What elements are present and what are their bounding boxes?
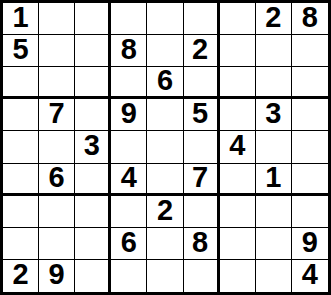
sudoku-cell-r2c9[interactable] — [292, 35, 328, 67]
sudoku-cell-r1c8[interactable]: 2 — [256, 3, 292, 35]
sudoku-cell-r5c3[interactable]: 3 — [75, 131, 111, 163]
given-digit: 4 — [229, 131, 245, 160]
sudoku-cell-r3c8[interactable] — [256, 67, 292, 99]
sudoku-cell-r9c1[interactable]: 2 — [3, 260, 39, 292]
sudoku-cell-r8c2[interactable] — [39, 228, 75, 260]
sudoku-cell-r1c2[interactable] — [39, 3, 75, 35]
sudoku-cell-r6c4[interactable]: 4 — [111, 164, 147, 196]
sudoku-cell-r4c1[interactable] — [3, 99, 39, 131]
given-digit: 6 — [157, 66, 173, 95]
sudoku-cell-r7c1[interactable] — [3, 196, 39, 228]
sudoku-cell-r8c8[interactable] — [256, 228, 292, 260]
sudoku-cell-r1c5[interactable] — [147, 3, 183, 35]
sudoku-cell-r7c4[interactable] — [111, 196, 147, 228]
given-digit: 7 — [192, 163, 208, 192]
sudoku-cell-r8c5[interactable] — [147, 228, 183, 260]
sudoku-cell-r6c6[interactable]: 7 — [184, 164, 220, 196]
sudoku-cell-r3c3[interactable] — [75, 67, 111, 99]
given-digit: 3 — [84, 131, 100, 160]
sudoku-cell-r3c6[interactable] — [184, 67, 220, 99]
given-digit: 9 — [121, 99, 137, 128]
sudoku-cell-r5c7[interactable]: 4 — [220, 131, 256, 163]
sudoku-cell-r3c4[interactable] — [111, 67, 147, 99]
sudoku-cell-r3c2[interactable] — [39, 67, 75, 99]
sudoku-cell-r9c8[interactable] — [256, 260, 292, 292]
sudoku-cell-r1c9[interactable]: 8 — [292, 3, 328, 35]
given-digit: 2 — [192, 35, 208, 64]
sudoku-cell-r9c5[interactable] — [147, 260, 183, 292]
given-digit: 4 — [302, 260, 318, 289]
given-digit: 4 — [121, 163, 137, 192]
given-digit: 5 — [12, 35, 28, 64]
sudoku-cell-r5c9[interactable] — [292, 131, 328, 163]
sudoku-cell-r3c7[interactable] — [220, 67, 256, 99]
sudoku-cell-r2c3[interactable] — [75, 35, 111, 67]
sudoku-cell-r9c9[interactable]: 4 — [292, 260, 328, 292]
sudoku-cell-r5c4[interactable] — [111, 131, 147, 163]
given-digit: 9 — [49, 260, 65, 289]
sudoku-cell-r2c6[interactable]: 2 — [184, 35, 220, 67]
sudoku-cell-r4c6[interactable]: 5 — [184, 99, 220, 131]
sudoku-cell-r4c4[interactable]: 9 — [111, 99, 147, 131]
sudoku-cell-r7c5[interactable]: 2 — [147, 196, 183, 228]
sudoku-cell-r5c6[interactable] — [184, 131, 220, 163]
given-digit: 2 — [265, 3, 281, 32]
sudoku-cell-r8c4[interactable]: 6 — [111, 228, 147, 260]
sudoku-cell-r8c9[interactable]: 9 — [292, 228, 328, 260]
sudoku-cell-r6c1[interactable] — [3, 164, 39, 196]
sudoku-cell-r1c7[interactable] — [220, 3, 256, 35]
given-digit: 2 — [157, 196, 173, 225]
sudoku-cell-r7c6[interactable] — [184, 196, 220, 228]
sudoku-cell-r5c1[interactable] — [3, 131, 39, 163]
sudoku-cell-r2c8[interactable] — [256, 35, 292, 67]
sudoku-cell-r8c6[interactable]: 8 — [184, 228, 220, 260]
sudoku-cell-r8c3[interactable] — [75, 228, 111, 260]
sudoku-cell-r1c4[interactable] — [111, 3, 147, 35]
sudoku-cell-r4c2[interactable]: 7 — [39, 99, 75, 131]
sudoku-cell-r2c5[interactable] — [147, 35, 183, 67]
sudoku-cell-r2c2[interactable] — [39, 35, 75, 67]
sudoku-cell-r4c8[interactable]: 3 — [256, 99, 292, 131]
given-digit: 9 — [302, 228, 318, 257]
sudoku-cell-r9c6[interactable] — [184, 260, 220, 292]
sudoku-cell-r7c3[interactable] — [75, 196, 111, 228]
sudoku-cell-r7c9[interactable] — [292, 196, 328, 228]
sudoku-cell-r6c2[interactable]: 6 — [39, 164, 75, 196]
sudoku-cell-r8c7[interactable] — [220, 228, 256, 260]
given-digit: 1 — [12, 3, 28, 32]
given-digit: 7 — [49, 99, 65, 128]
sudoku-cell-r7c2[interactable] — [39, 196, 75, 228]
sudoku-cell-r5c5[interactable] — [147, 131, 183, 163]
sudoku-cell-r2c4[interactable]: 8 — [111, 35, 147, 67]
sudoku-cell-r6c7[interactable] — [220, 164, 256, 196]
sudoku-cell-r4c5[interactable] — [147, 99, 183, 131]
given-digit: 6 — [49, 163, 65, 192]
given-digit: 8 — [121, 35, 137, 64]
sudoku-cell-r3c1[interactable] — [3, 67, 39, 99]
sudoku-cell-r3c9[interactable] — [292, 67, 328, 99]
sudoku-cell-r4c3[interactable] — [75, 99, 111, 131]
sudoku-cell-r9c3[interactable] — [75, 260, 111, 292]
sudoku-cell-r1c3[interactable] — [75, 3, 111, 35]
given-digit: 8 — [192, 228, 208, 257]
given-digit: 2 — [12, 260, 28, 289]
sudoku-cell-r6c5[interactable] — [147, 164, 183, 196]
sudoku-cell-r7c8[interactable] — [256, 196, 292, 228]
sudoku-cell-r6c8[interactable]: 1 — [256, 164, 292, 196]
sudoku-cell-r4c9[interactable] — [292, 99, 328, 131]
given-digit: 6 — [121, 228, 137, 257]
sudoku-cell-r2c1[interactable]: 5 — [3, 35, 39, 67]
sudoku-cell-r6c3[interactable] — [75, 164, 111, 196]
sudoku-cell-r6c9[interactable] — [292, 164, 328, 196]
sudoku-board: 128582679533464712689294 — [0, 0, 331, 295]
sudoku-cell-r9c2[interactable]: 9 — [39, 260, 75, 292]
sudoku-cell-r4c7[interactable] — [220, 99, 256, 131]
sudoku-cell-r3c5[interactable]: 6 — [147, 67, 183, 99]
sudoku-cell-r5c2[interactable] — [39, 131, 75, 163]
sudoku-cell-r2c7[interactable] — [220, 35, 256, 67]
sudoku-cell-r1c1[interactable]: 1 — [3, 3, 39, 35]
given-digit: 1 — [265, 163, 281, 192]
sudoku-cell-r5c8[interactable] — [256, 131, 292, 163]
given-digit: 8 — [302, 3, 318, 32]
sudoku-cell-r1c6[interactable] — [184, 3, 220, 35]
sudoku-cell-r8c1[interactable] — [3, 228, 39, 260]
given-digit: 5 — [192, 99, 208, 128]
sudoku-cell-r9c7[interactable] — [220, 260, 256, 292]
sudoku-cell-r7c7[interactable] — [220, 196, 256, 228]
sudoku-cell-r9c4[interactable] — [111, 260, 147, 292]
sudoku-puzzle: 128582679533464712689294 — [0, 0, 331, 295]
given-digit: 3 — [265, 99, 281, 128]
